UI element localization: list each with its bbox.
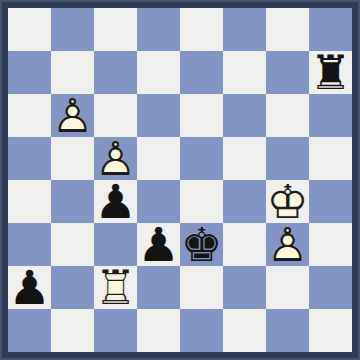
square-c1[interactable] [94,309,137,352]
square-b4[interactable] [51,180,94,223]
piece-black-pawn[interactable]: ♙♟ [137,223,180,266]
white-pawn-icon: ♙ [266,223,309,266]
white-pawn-icon: ♟ [266,223,309,266]
white-king-icon: ♚ [266,180,309,223]
square-e3[interactable]: ♔♚ [180,223,223,266]
square-a6[interactable] [8,94,51,137]
black-rook-icon: ♜ [309,51,352,94]
piece-white-pawn[interactable]: ♟♙ [94,137,137,180]
piece-black-pawn[interactable]: ♙♟ [8,266,51,309]
square-h2[interactable] [309,266,352,309]
square-b7[interactable] [51,51,94,94]
square-f3[interactable] [223,223,266,266]
square-b5[interactable] [51,137,94,180]
square-d2[interactable] [137,266,180,309]
square-d7[interactable] [137,51,180,94]
square-d5[interactable] [137,137,180,180]
board-frame: ♖♜♟♙♟♙♙♟♚♔♙♟♔♚♟♙♙♟♜♖ [2,2,358,358]
white-pawn-icon: ♙ [94,137,137,180]
piece-black-king[interactable]: ♔♚ [180,223,223,266]
piece-black-rook[interactable]: ♖♜ [309,51,352,94]
square-g3[interactable]: ♟♙ [266,223,309,266]
square-c2[interactable]: ♜♖ [94,266,137,309]
black-pawn-icon: ♟ [94,180,137,223]
white-pawn-icon: ♟ [51,94,94,137]
square-c6[interactable] [94,94,137,137]
square-h1[interactable] [309,309,352,352]
piece-black-pawn[interactable]: ♙♟ [94,180,137,223]
black-king-icon: ♚ [180,223,223,266]
square-d6[interactable] [137,94,180,137]
square-c8[interactable] [94,8,137,51]
square-a2[interactable]: ♙♟ [8,266,51,309]
square-g8[interactable] [266,8,309,51]
square-g5[interactable] [266,137,309,180]
square-f1[interactable] [223,309,266,352]
square-b8[interactable] [51,8,94,51]
square-b3[interactable] [51,223,94,266]
square-e8[interactable] [180,8,223,51]
square-h3[interactable] [309,223,352,266]
square-h7[interactable]: ♖♜ [309,51,352,94]
square-b1[interactable] [51,309,94,352]
square-d3[interactable]: ♙♟ [137,223,180,266]
square-a7[interactable] [8,51,51,94]
square-g1[interactable] [266,309,309,352]
square-c4[interactable]: ♙♟ [94,180,137,223]
square-d4[interactable] [137,180,180,223]
square-g7[interactable] [266,51,309,94]
square-c3[interactable] [94,223,137,266]
square-a8[interactable] [8,8,51,51]
white-king-icon: ♔ [266,180,309,223]
square-a5[interactable] [8,137,51,180]
white-rook-icon: ♖ [94,266,137,309]
piece-white-pawn[interactable]: ♟♙ [51,94,94,137]
square-f6[interactable] [223,94,266,137]
square-g2[interactable] [266,266,309,309]
black-pawn-icon: ♙ [94,180,137,223]
square-a3[interactable] [8,223,51,266]
piece-white-rook[interactable]: ♜♖ [94,266,137,309]
square-e4[interactable] [180,180,223,223]
square-e6[interactable] [180,94,223,137]
square-f2[interactable] [223,266,266,309]
white-rook-icon: ♜ [94,266,137,309]
square-e7[interactable] [180,51,223,94]
square-f8[interactable] [223,8,266,51]
square-h8[interactable] [309,8,352,51]
square-g6[interactable] [266,94,309,137]
black-pawn-icon: ♙ [137,223,180,266]
square-f5[interactable] [223,137,266,180]
chess-board: ♖♜♟♙♟♙♙♟♚♔♙♟♔♚♟♙♙♟♜♖ [0,0,360,360]
square-c5[interactable]: ♟♙ [94,137,137,180]
chess-board-grid: ♖♜♟♙♟♙♙♟♚♔♙♟♔♚♟♙♙♟♜♖ [8,8,352,352]
white-pawn-icon: ♟ [94,137,137,180]
piece-white-pawn[interactable]: ♟♙ [266,223,309,266]
square-d8[interactable] [137,8,180,51]
square-f7[interactable] [223,51,266,94]
square-e5[interactable] [180,137,223,180]
black-pawn-icon: ♟ [137,223,180,266]
square-c7[interactable] [94,51,137,94]
black-pawn-icon: ♟ [8,266,51,309]
square-h6[interactable] [309,94,352,137]
square-f4[interactable] [223,180,266,223]
black-pawn-icon: ♙ [8,266,51,309]
square-h4[interactable] [309,180,352,223]
square-g4[interactable]: ♚♔ [266,180,309,223]
square-e1[interactable] [180,309,223,352]
square-b6[interactable]: ♟♙ [51,94,94,137]
square-b2[interactable] [51,266,94,309]
square-e2[interactable] [180,266,223,309]
black-king-icon: ♔ [180,223,223,266]
black-rook-icon: ♖ [309,51,352,94]
square-d1[interactable] [137,309,180,352]
white-pawn-icon: ♙ [51,94,94,137]
piece-white-king[interactable]: ♚♔ [266,180,309,223]
square-a4[interactable] [8,180,51,223]
square-h5[interactable] [309,137,352,180]
square-a1[interactable] [8,309,51,352]
